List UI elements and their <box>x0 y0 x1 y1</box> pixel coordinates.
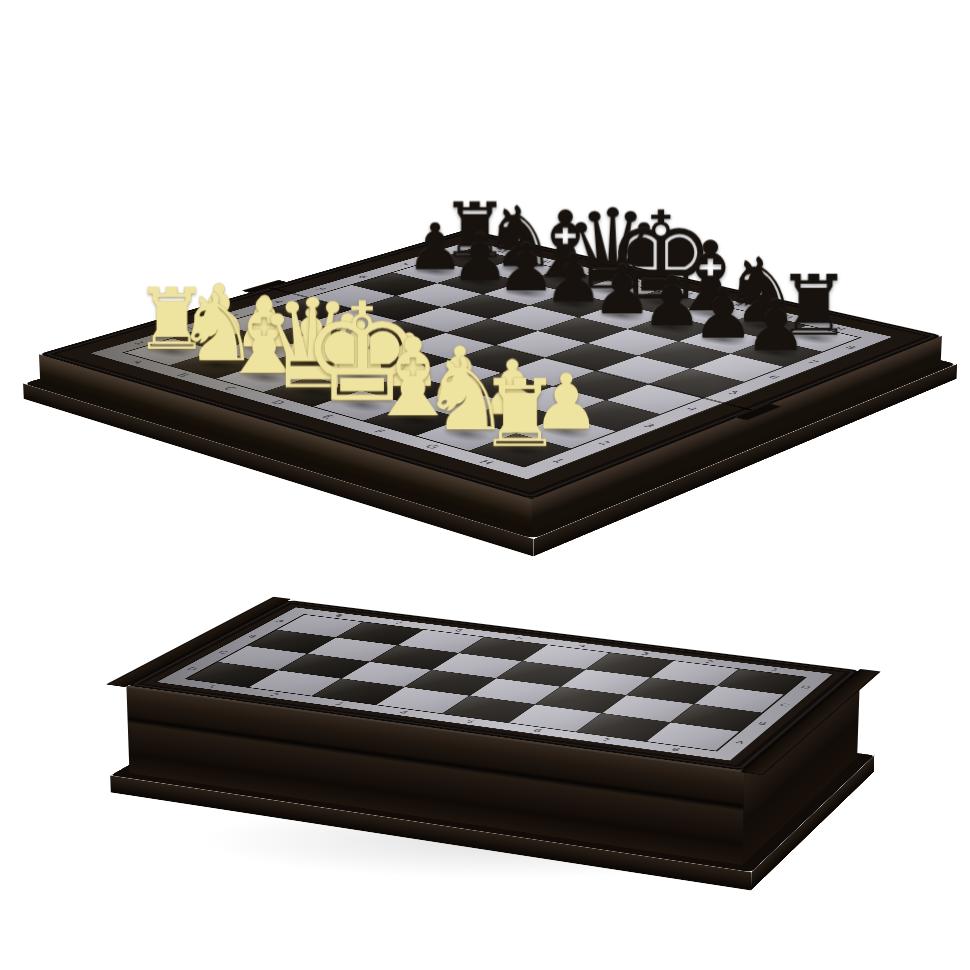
square <box>577 713 669 741</box>
coordinate-label: C <box>778 703 791 708</box>
coordinate-label: 5 <box>463 719 476 724</box>
coordinate-label: A <box>733 740 746 745</box>
square <box>627 678 716 704</box>
square <box>695 686 784 712</box>
product-photo-canvas: ABCDEFGHABCDEFGH8765432187654321 ♜♞♝♛♚♝♞… <box>0 0 970 970</box>
coordinate-label: 6 <box>766 374 783 380</box>
coordinate-label: A <box>128 359 147 365</box>
square <box>377 687 469 713</box>
folded-chess-board: 1234567887654321ABCDDCBA <box>126 600 860 770</box>
coordinate-label: 8 <box>843 345 860 350</box>
coordinate-label: 3 <box>332 701 345 706</box>
square <box>603 695 693 722</box>
square <box>509 704 601 731</box>
coordinate-label: 4 <box>684 406 702 412</box>
coordinate-label: 7 <box>805 359 822 364</box>
coordinate-label: 8 <box>669 747 682 752</box>
square <box>597 356 690 384</box>
coordinate-label: 6 <box>531 728 544 733</box>
coordinate-label: H <box>476 459 497 466</box>
coordinate-label: 1 <box>205 684 219 689</box>
coordinate-label: C <box>221 386 240 392</box>
square <box>313 679 405 705</box>
square <box>691 354 783 382</box>
piece-black-pawn: ♟ <box>744 290 807 361</box>
open-chess-board: ABCDEFGHABCDEFGH8765432187654321 ♜♞♝♛♚♝♞… <box>39 230 942 500</box>
coordinate-label: 2 <box>268 692 282 697</box>
square <box>671 704 762 731</box>
coordinate-label: B <box>756 721 769 726</box>
coordinate-label: G <box>422 443 443 450</box>
square <box>649 369 743 398</box>
coordinate-label: 4 <box>397 710 410 715</box>
piece-white-rook: ♜ <box>478 367 562 461</box>
square <box>638 341 729 368</box>
square <box>443 696 535 723</box>
square <box>470 678 560 704</box>
square <box>646 722 739 750</box>
coordinate-label: 1 <box>549 457 568 464</box>
coordinate-label: 2 <box>596 439 615 445</box>
coordinate-label: 3 <box>640 422 658 428</box>
folded-board-scene: 1234567887654321ABCDDCBA <box>171 506 821 850</box>
coordinate-label: 7 <box>599 737 612 742</box>
coordinate-label: B <box>174 372 193 378</box>
coordinate-label: D <box>799 685 812 690</box>
coordinate-label: D <box>269 399 289 405</box>
coordinate-label: E <box>319 414 338 420</box>
coordinate-label: 5 <box>725 390 743 396</box>
coordinate-label: F <box>370 428 388 434</box>
square <box>536 687 626 713</box>
square <box>607 384 702 414</box>
